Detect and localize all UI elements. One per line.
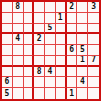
cell-given[interactable]: 7 [88,56,99,67]
cell-empty[interactable] [34,56,45,67]
cell-given[interactable]: 6 [2,77,13,88]
cell-given[interactable]: 2 [67,2,78,13]
cell-empty[interactable] [45,34,56,45]
cell-empty[interactable] [34,24,45,35]
cell-empty[interactable] [67,56,78,67]
cell-empty[interactable] [77,67,88,78]
cell-empty[interactable] [56,24,67,35]
cell-empty[interactable] [56,45,67,56]
cell-empty[interactable] [34,77,45,88]
cell-given[interactable]: 5 [45,24,56,35]
cell-empty[interactable] [34,88,45,99]
cell-empty[interactable] [67,34,78,45]
cell-empty[interactable] [24,2,35,13]
cell-empty[interactable] [88,24,99,35]
cell-given[interactable]: 4 [77,77,88,88]
cell-empty[interactable] [45,88,56,99]
cell-empty[interactable] [24,56,35,67]
cell-empty[interactable] [45,2,56,13]
cell-empty[interactable] [67,24,78,35]
cell-empty[interactable] [2,56,13,67]
cell-empty[interactable] [24,77,35,88]
cell-empty[interactable] [45,45,56,56]
cell-empty[interactable] [13,88,24,99]
cell-empty[interactable] [56,56,67,67]
cell-empty[interactable] [2,34,13,45]
cell-given[interactable]: 6 [67,45,78,56]
cell-empty[interactable] [2,13,13,24]
cell-empty[interactable] [77,13,88,24]
cell-empty[interactable] [13,67,24,78]
cell-empty[interactable] [24,34,35,45]
cell-empty[interactable] [45,77,56,88]
cell-empty[interactable] [13,56,24,67]
cell-empty[interactable] [56,88,67,99]
cell-given[interactable]: 8 [13,2,24,13]
cell-empty[interactable] [77,88,88,99]
cell-empty[interactable] [77,24,88,35]
cell-empty[interactable] [13,45,24,56]
cell-empty[interactable] [34,2,45,13]
cell-empty[interactable] [13,24,24,35]
cell-empty[interactable] [45,13,56,24]
cell-empty[interactable] [24,67,35,78]
cell-empty[interactable] [13,13,24,24]
cell-empty[interactable] [2,2,13,13]
cell-empty[interactable] [88,34,99,45]
cell-given[interactable]: 5 [2,88,13,99]
cell-empty[interactable] [56,77,67,88]
cell-empty[interactable] [34,13,45,24]
cell-empty[interactable] [88,77,99,88]
cell-given[interactable]: 1 [67,88,78,99]
cell-empty[interactable] [88,88,99,99]
cell-empty[interactable] [56,67,67,78]
cell-given[interactable]: 2 [34,34,45,45]
cell-empty[interactable] [24,13,35,24]
cell-given[interactable]: 1 [77,56,88,67]
cell-empty[interactable] [88,13,99,24]
cell-given[interactable]: 1 [56,13,67,24]
cell-empty[interactable] [67,67,78,78]
cell-empty[interactable] [88,45,99,56]
cell-empty[interactable] [67,77,78,88]
cell-empty[interactable] [77,2,88,13]
cell-empty[interactable] [45,56,56,67]
cell-empty[interactable] [2,24,13,35]
cell-empty[interactable] [56,34,67,45]
cell-empty[interactable] [2,45,13,56]
cell-empty[interactable] [2,67,13,78]
cell-empty[interactable] [24,24,35,35]
cell-empty[interactable] [77,34,88,45]
cell-given[interactable]: 5 [77,45,88,56]
cell-empty[interactable] [56,2,67,13]
cell-given[interactable]: 8 [34,67,45,78]
cell-empty[interactable] [88,67,99,78]
cell-empty[interactable] [24,45,35,56]
cell-empty[interactable] [34,45,45,56]
cell-given[interactable]: 4 [45,67,56,78]
cell-empty[interactable] [13,77,24,88]
cell-given[interactable]: 4 [13,34,24,45]
cell-given[interactable]: 3 [88,2,99,13]
sudoku-board: 82315426517846451 [0,0,101,101]
cell-empty[interactable] [24,88,35,99]
cell-empty[interactable] [67,13,78,24]
